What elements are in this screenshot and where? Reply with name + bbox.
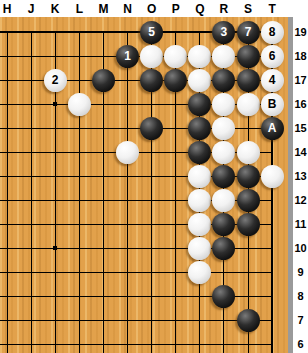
row-label: 19 (293, 24, 308, 40)
stone-label: 3 (221, 25, 228, 39)
stone-T17[interactable]: 4 (261, 69, 284, 92)
stone-R14[interactable] (212, 141, 235, 164)
row-label: 16 (293, 96, 308, 112)
column-label: P (172, 1, 180, 17)
stone-R11[interactable] (212, 213, 235, 236)
stone-Q11[interactable] (188, 213, 211, 236)
row-label: 18 (293, 48, 308, 64)
stone-O15[interactable] (140, 117, 163, 140)
stone-T13[interactable] (261, 165, 284, 188)
stone-S18[interactable] (237, 45, 260, 68)
stone-T18[interactable]: 6 (261, 45, 284, 68)
stone-S11[interactable] (237, 213, 260, 236)
stone-Q14[interactable] (188, 141, 211, 164)
go-board[interactable]: 53781624BA (0, 17, 288, 353)
stone-Q15[interactable] (188, 117, 211, 140)
stone-K17[interactable]: 2 (44, 69, 67, 92)
stone-N14[interactable] (116, 141, 139, 164)
row-label: 14 (293, 144, 308, 160)
stone-R8[interactable] (212, 285, 235, 308)
stone-S7[interactable] (237, 309, 260, 332)
star-point (53, 246, 57, 250)
stone-Q9[interactable] (188, 261, 211, 284)
star-point (53, 102, 57, 106)
stone-R13[interactable] (212, 165, 235, 188)
column-label: K (51, 1, 60, 17)
stone-R19[interactable]: 3 (212, 21, 235, 44)
go-diagram: HJKLMNOPQRST 53781624BA 1918171615141312… (0, 0, 308, 353)
stone-T16[interactable]: B (261, 93, 284, 116)
row-label: 8 (293, 288, 308, 304)
column-label: T (268, 1, 275, 17)
stone-R17[interactable] (212, 69, 235, 92)
stone-R12[interactable] (212, 189, 235, 212)
stone-O17[interactable] (140, 69, 163, 92)
stone-label: A (268, 121, 277, 135)
row-label: 7 (293, 312, 308, 328)
stone-Q18[interactable] (188, 45, 211, 68)
row-label: 11 (293, 216, 308, 232)
stone-O19[interactable]: 5 (140, 21, 163, 44)
stone-P17[interactable] (164, 69, 187, 92)
stone-label: 4 (269, 73, 276, 87)
stone-label: 6 (269, 49, 276, 63)
row-labels: 191817161514131211109876 (293, 17, 308, 353)
row-label: 13 (293, 168, 308, 184)
row-label: 9 (293, 264, 308, 280)
column-label: M (98, 1, 108, 17)
stone-Q13[interactable] (188, 165, 211, 188)
stone-label: 8 (269, 25, 276, 39)
stone-S17[interactable] (237, 69, 260, 92)
stone-Q16[interactable] (188, 93, 211, 116)
stone-R10[interactable] (212, 237, 235, 260)
grid-line (0, 320, 273, 321)
column-label: N (123, 1, 132, 17)
stone-T19[interactable]: 8 (261, 21, 284, 44)
stone-S12[interactable] (237, 189, 260, 212)
stone-O18[interactable] (140, 45, 163, 68)
column-label: J (28, 1, 35, 17)
grid-line (0, 344, 273, 345)
row-label: 12 (293, 192, 308, 208)
stone-T15[interactable]: A (261, 117, 284, 140)
column-label: H (3, 1, 12, 17)
stone-R18[interactable] (212, 45, 235, 68)
row-label: 15 (293, 120, 308, 136)
stone-S16[interactable] (237, 93, 260, 116)
column-label: Q (195, 1, 204, 17)
column-labels: HJKLMNOPQRST (0, 0, 308, 17)
stone-label: 7 (245, 25, 252, 39)
stone-M17[interactable] (92, 69, 115, 92)
stone-S13[interactable] (237, 165, 260, 188)
stone-Q12[interactable] (188, 189, 211, 212)
stone-P18[interactable] (164, 45, 187, 68)
row-label: 6 (293, 336, 308, 352)
stone-label: 1 (124, 49, 131, 63)
stone-label: 5 (148, 25, 155, 39)
stone-Q10[interactable] (188, 237, 211, 260)
stone-L16[interactable] (68, 93, 91, 116)
column-label: L (76, 1, 83, 17)
stone-label: B (268, 97, 277, 111)
column-label: S (244, 1, 252, 17)
row-label: 17 (293, 72, 308, 88)
stone-label: 2 (52, 73, 59, 87)
column-label: O (147, 1, 156, 17)
column-label: R (220, 1, 229, 17)
stone-S14[interactable] (237, 141, 260, 164)
stone-S19[interactable]: 7 (237, 21, 260, 44)
stone-R15[interactable] (212, 117, 235, 140)
row-label: 10 (293, 240, 308, 256)
stone-R16[interactable] (212, 93, 235, 116)
stone-Q17[interactable] (188, 69, 211, 92)
grid-line (0, 272, 273, 273)
stone-N18[interactable]: 1 (116, 45, 139, 68)
